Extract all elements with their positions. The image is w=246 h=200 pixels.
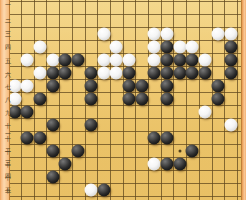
white-stone: [34, 66, 47, 79]
black-stone: [186, 53, 199, 66]
hoshi-point: [178, 149, 181, 152]
white-stone: [21, 79, 34, 92]
white-stone: [148, 53, 161, 66]
white-stone: [148, 157, 161, 170]
black-stone: [173, 53, 186, 66]
black-stone: [84, 66, 97, 79]
black-stone: [148, 131, 161, 144]
white-stone: [199, 53, 212, 66]
grid-hline: [10, 131, 241, 132]
black-stone: [161, 40, 174, 53]
white-stone: [186, 40, 199, 53]
black-stone: [211, 92, 224, 105]
grid-hline: [10, 196, 241, 197]
white-stone: [34, 40, 47, 53]
black-stone: [72, 53, 85, 66]
white-stone: [8, 92, 21, 105]
black-stone: [161, 66, 174, 79]
black-stone: [199, 66, 212, 79]
white-stone: [84, 183, 97, 196]
grid-hline: [10, 170, 241, 171]
black-stone: [46, 66, 59, 79]
white-stone: [224, 27, 237, 40]
black-stone: [186, 144, 199, 157]
black-stone: [122, 79, 135, 92]
white-stone: [97, 66, 110, 79]
white-stone: [110, 40, 123, 53]
black-stone: [21, 105, 34, 118]
white-stone: [173, 40, 186, 53]
black-stone: [161, 157, 174, 170]
white-stone: [122, 53, 135, 66]
grid-hline: [10, 27, 241, 28]
grid-hline: [10, 144, 241, 145]
black-stone: [135, 92, 148, 105]
black-stone: [46, 144, 59, 157]
grid-hline: [10, 1, 241, 2]
black-stone: [59, 53, 72, 66]
grid-hline: [10, 40, 241, 41]
black-stone: [72, 144, 85, 157]
white-stone: [21, 53, 34, 66]
black-stone: [122, 92, 135, 105]
black-stone: [46, 79, 59, 92]
black-stone: [34, 131, 47, 144]
black-stone: [161, 79, 174, 92]
black-stone: [8, 105, 21, 118]
row-coordinate-strip: 一二三四五六七八九十十一十二十三十四十五: [0, 0, 10, 200]
white-stone: [199, 105, 212, 118]
white-stone: [148, 27, 161, 40]
grid-hline: [10, 157, 241, 158]
black-stone: [161, 131, 174, 144]
white-stone: [8, 79, 21, 92]
black-stone: [224, 53, 237, 66]
black-stone: [84, 92, 97, 105]
white-stone: [224, 118, 237, 131]
black-stone: [161, 53, 174, 66]
black-stone: [84, 79, 97, 92]
grid-hline: [10, 118, 241, 119]
black-stone: [148, 66, 161, 79]
black-stone: [46, 170, 59, 183]
white-stone: [97, 53, 110, 66]
white-stone: [211, 27, 224, 40]
black-stone: [59, 157, 72, 170]
black-stone: [59, 66, 72, 79]
grid-hline: [10, 183, 241, 184]
grid-hline: [10, 14, 241, 15]
black-stone: [46, 118, 59, 131]
black-stone: [161, 92, 174, 105]
right-edge-coordinate-strip: [241, 0, 246, 200]
white-stone: [110, 66, 123, 79]
go-app-screen: 一二三四五六七八九十十一十二十三十四十五: [0, 0, 246, 200]
black-stone: [135, 79, 148, 92]
black-stone: [122, 66, 135, 79]
go-board[interactable]: [10, 0, 241, 200]
white-stone: [46, 53, 59, 66]
black-stone: [34, 92, 47, 105]
black-stone: [173, 157, 186, 170]
black-stone: [211, 79, 224, 92]
white-stone: [110, 53, 123, 66]
black-stone: [97, 183, 110, 196]
black-stone: [224, 40, 237, 53]
white-stone: [148, 40, 161, 53]
white-stone: [97, 27, 110, 40]
white-stone: [161, 27, 174, 40]
black-stone: [224, 66, 237, 79]
black-stone: [21, 131, 34, 144]
black-stone: [186, 66, 199, 79]
black-stone: [84, 118, 97, 131]
black-stone: [173, 66, 186, 79]
